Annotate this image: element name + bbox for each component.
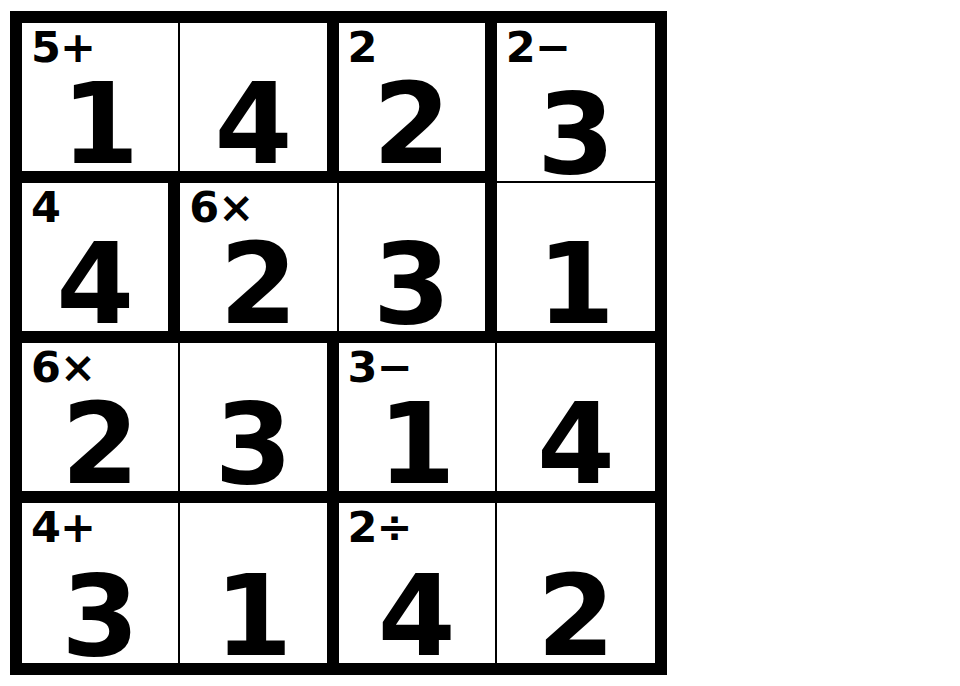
cell-r1c2[interactable]: 4 [180,23,338,183]
cell-value: 1 [22,81,178,168]
cage-clue: 4+ [31,505,95,550]
cell-value: 1 [180,573,326,660]
cell-r3c4[interactable]: 4 [497,343,655,503]
cell-value: 2 [339,81,485,168]
cell-value: 3 [180,401,326,488]
cell-value: 4 [22,241,168,328]
cell-r1c4[interactable]: 2− 3 [497,23,655,183]
cell-r4c3[interactable]: 2÷ 4 [339,503,497,663]
cell-value: 4 [497,401,655,488]
cell-r1c1[interactable]: 5+ 1 [22,23,180,183]
cell-value: 2 [22,401,178,488]
cell-r2c4[interactable]: 1 [497,183,655,343]
cell-value: 1 [339,401,495,488]
cell-value: 3 [497,91,655,178]
cell-r2c3[interactable]: 3 [339,183,497,343]
cell-r4c2[interactable]: 1 [180,503,338,663]
cell-r3c3[interactable]: 3− 1 [339,343,497,503]
cell-r2c1[interactable]: 4 4 [22,183,180,343]
cell-value: 3 [22,573,178,660]
cell-value: 3 [339,241,485,328]
kenken-board: 5+ 1 4 2 2 2− 3 4 4 6× 2 3 1 [10,11,667,675]
cell-r2c2[interactable]: 6× 2 [180,183,338,343]
cell-r3c1[interactable]: 6× 2 [22,343,180,503]
cell-value: 2 [497,573,655,660]
cell-value: 4 [339,573,495,660]
cell-r4c1[interactable]: 4+ 3 [22,503,180,663]
kenken-page: 5+ 1 4 2 2 2− 3 4 4 6× 2 3 1 [0,0,960,686]
cell-r1c3[interactable]: 2 2 [339,23,497,183]
cage-clue: 2÷ [348,505,412,550]
cell-r3c2[interactable]: 3 [180,343,338,503]
cell-value: 2 [180,241,336,328]
cell-value: 4 [180,81,326,168]
cell-r4c4[interactable]: 2 [497,503,655,663]
cage-clue: 2− [506,25,570,70]
cell-value: 1 [497,241,655,328]
